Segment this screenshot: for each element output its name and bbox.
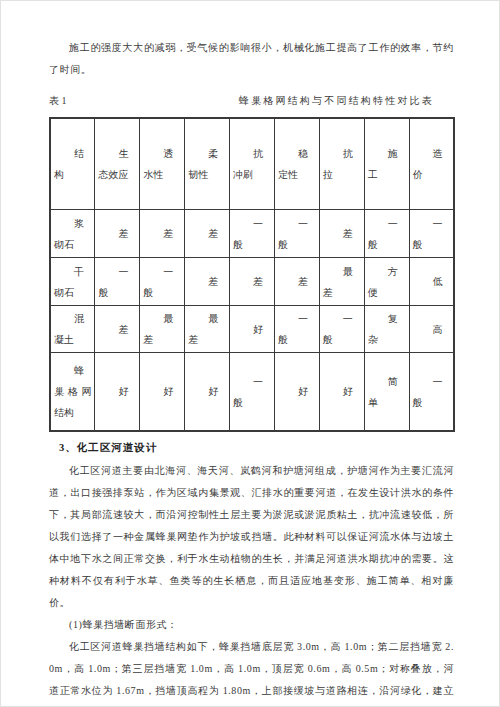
table-cell: 差 bbox=[230, 258, 275, 306]
structure-comparison-table: 结构 生态效应 透水性 柔韧性 抗冲刷 稳定性 抗拉 施工 造价 浆砌石 差 差… bbox=[49, 117, 455, 432]
table-cell: 好 bbox=[140, 353, 185, 432]
table-cell: 好 bbox=[185, 353, 230, 432]
table-cell: 一般 bbox=[230, 353, 275, 432]
table-caption-label: 表 1 bbox=[49, 94, 67, 108]
header-cell-construction: 施工 bbox=[364, 118, 409, 210]
header-cell-scour-resistance: 抗冲刷 bbox=[230, 118, 275, 210]
table-cell: 一般 bbox=[140, 258, 185, 306]
table-cell: 高 bbox=[409, 306, 454, 353]
table-cell: 最差 bbox=[185, 306, 230, 353]
table-cell: 好 bbox=[274, 353, 319, 432]
row-header-cell: 浆砌石 bbox=[50, 210, 95, 258]
section-heading-river-design: 3、化工区河道设计 bbox=[59, 439, 454, 457]
table-cell: 方便 bbox=[364, 258, 409, 306]
table-row-dry-masonry: 干砌石 一般 一般 差 差 差 最差 方便 低 bbox=[50, 258, 454, 306]
table-cell: 一般 bbox=[409, 210, 454, 258]
table-cell: 复杂 bbox=[364, 306, 409, 353]
header-cell-eco-effect: 生态效应 bbox=[95, 118, 140, 210]
table-caption: 表 1 蜂巢格网结构与不同结构特性对比表 bbox=[49, 94, 454, 108]
subheading-wall-section-form: (1)蜂巢挡墙断面形式： bbox=[49, 614, 454, 636]
table-cell: 一般 bbox=[274, 210, 319, 258]
table-cell: 简单 bbox=[364, 353, 409, 432]
table-cell: 好 bbox=[95, 353, 140, 432]
table-cell: 最差 bbox=[140, 306, 185, 353]
paragraph-wall-dimensions: 化工区河道蜂巢挡墙结构如下，蜂巢挡墙底层宽 3.0m，高 1.0m；第二层挡墙宽… bbox=[49, 636, 454, 707]
table-cell: 低 bbox=[409, 258, 454, 306]
header-cell-tensile: 抗拉 bbox=[319, 118, 364, 210]
row-header-cell: 干砌石 bbox=[50, 258, 95, 306]
table-row-mortar-masonry: 浆砌石 差 差 差 一般 一般 差 一般 一般 bbox=[50, 210, 454, 258]
paragraph-construction-benefits: 施工的强度大大的减弱，受气候的影响很小，机械化施工提高了工作的效率，节约了时间。 bbox=[49, 37, 454, 81]
table-cell: 差 bbox=[95, 210, 140, 258]
table-cell: 差 bbox=[95, 306, 140, 353]
header-cell-flexibility: 柔韧性 bbox=[185, 118, 230, 210]
paragraph-river-description: 化工区河道主要由北海河、海天河、岚鹤河和护塘河组成，护塘河作为主要汇流河道，出口… bbox=[49, 460, 454, 614]
table-cell: 好 bbox=[230, 306, 275, 353]
row-header-cell: 蜂巢格网结构 bbox=[50, 353, 95, 432]
header-cell-permeability: 透水性 bbox=[140, 118, 185, 210]
table-cell: 一般 bbox=[364, 210, 409, 258]
table-cell: 一般 bbox=[409, 353, 454, 432]
table-cell: 一般 bbox=[95, 258, 140, 306]
row-header-cell: 混凝土 bbox=[50, 306, 95, 353]
document-page: 施工的强度大大的减弱，受气候的影响很小，机械化施工提高了工作的效率，节约了时间。… bbox=[0, 0, 500, 707]
header-cell-structure: 结构 bbox=[50, 118, 95, 210]
table-cell: 最差 bbox=[319, 258, 364, 306]
table-row-concrete: 混凝土 差 最差 最差 好 一般 一般 复杂 高 bbox=[50, 306, 454, 353]
table-row-honeycomb-gabion: 蜂巢格网结构 好 好 好 一般 好 好 简单 一般 bbox=[50, 353, 454, 432]
table-cell: 差 bbox=[140, 210, 185, 258]
table-cell: 一般 bbox=[274, 306, 319, 353]
table-caption-title: 蜂巢格网结构与不同结构特性对比表 bbox=[239, 94, 434, 108]
header-cell-stability: 稳定性 bbox=[274, 118, 319, 210]
table-cell: 差 bbox=[274, 258, 319, 306]
table-cell: 好 bbox=[319, 353, 364, 432]
header-cell-cost: 造价 bbox=[409, 118, 454, 210]
table-cell: 一般 bbox=[319, 306, 364, 353]
table-cell: 差 bbox=[319, 210, 364, 258]
table-cell: 差 bbox=[185, 210, 230, 258]
table-cell: 一般 bbox=[230, 210, 275, 258]
table-cell: 差 bbox=[185, 258, 230, 306]
table-header-row: 结构 生态效应 透水性 柔韧性 抗冲刷 稳定性 抗拉 施工 造价 bbox=[50, 118, 454, 210]
